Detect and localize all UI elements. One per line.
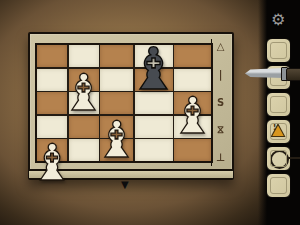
triangle-border: [271, 123, 286, 137]
exclamation-mark: !: [267, 124, 282, 132]
gear-icon[interactable]: ⚙: [271, 12, 285, 28]
inventory-sidebar: ⚙ ! ▶: [258, 0, 300, 225]
frame-symbol-4: ⧖: [217, 125, 224, 136]
knife-blade: [245, 68, 283, 78]
frame-symbol-2: |: [219, 70, 223, 81]
square-r5c4[interactable]: [135, 139, 173, 161]
knife-icon[interactable]: [245, 64, 300, 82]
inventory-slot-3-empty[interactable]: [266, 92, 291, 117]
triangle-fill: [272, 126, 284, 137]
ring-tab: [286, 157, 300, 160]
inventory-slot-5-ring[interactable]: [266, 146, 291, 171]
square-r4c4[interactable]: [135, 116, 173, 138]
frame-symbol-1: △: [217, 42, 225, 53]
look-down-arrow-icon[interactable]: ▼: [121, 180, 129, 190]
ring-circle: [270, 150, 289, 169]
game-scene: ♝♝♝♝♝ △|S⧖⊥ ▼ ⚙ ! ▶: [0, 0, 300, 225]
chess-board-frame: ♝♝♝♝♝ △|S⧖⊥: [28, 32, 234, 180]
knife-handle: [286, 68, 300, 81]
inventory-slot-4-warning-triangle[interactable]: !: [266, 119, 291, 144]
inventory-slot-6-empty[interactable]: [266, 173, 291, 198]
frame-symbol-5: ⊥: [216, 153, 225, 164]
inventory-slot-2-knife[interactable]: [266, 65, 291, 90]
chess-board: ♝♝♝♝♝: [35, 43, 213, 163]
inventory-slot-1-empty[interactable]: [266, 38, 291, 63]
frame-symbol-3: S: [217, 97, 224, 108]
square-r1c5[interactable]: [174, 45, 211, 67]
